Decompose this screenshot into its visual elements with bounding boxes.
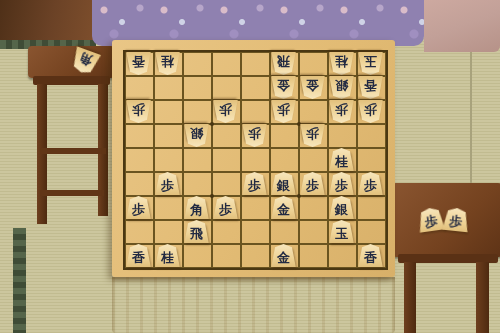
piece-kanji: 歩 <box>335 179 348 192</box>
piece-body: 歩 <box>442 207 470 233</box>
piece-kanji: 歩 <box>364 103 377 116</box>
board-square-c3r3[interactable] <box>183 100 212 124</box>
board-square-c6r8[interactable] <box>270 220 299 244</box>
piece-body: 金 <box>271 196 296 219</box>
shogi-piece-gote[interactable]: 歩 <box>300 124 325 147</box>
shogi-piece-gote[interactable]: 飛 <box>271 52 296 75</box>
board-square-c2r5[interactable] <box>154 148 183 172</box>
piece-kanji: 香 <box>132 55 145 68</box>
piece-body: 歩 <box>271 100 296 123</box>
piece-kanji: 角 <box>190 203 203 216</box>
piece-kanji: 歩 <box>424 214 439 229</box>
board-square-c6r4[interactable] <box>270 124 299 148</box>
shogi-piece-sente[interactable]: 玉 <box>329 220 354 243</box>
piece-kanji: 桂 <box>161 251 174 264</box>
piece-body: 歩 <box>300 124 325 147</box>
board-square-c8r4[interactable] <box>328 124 357 148</box>
piece-kanji: 歩 <box>132 103 145 116</box>
board-square-c5r1[interactable] <box>241 52 270 76</box>
piece-body: 香 <box>126 244 151 267</box>
board-square-c4r2[interactable] <box>212 76 241 100</box>
board-square-c8r9[interactable] <box>328 244 357 268</box>
shogi-piece-gote[interactable]: 歩 <box>213 100 238 123</box>
board-square-c2r4[interactable] <box>154 124 183 148</box>
board-square-c7r8[interactable] <box>299 220 328 244</box>
board-square-c7r9[interactable] <box>299 244 328 268</box>
shogi-piece-gote[interactable]: 歩 <box>242 124 267 147</box>
piece-body: 金 <box>300 76 325 99</box>
komadai-right-leg <box>404 262 416 333</box>
piece-body: 歩 <box>213 196 238 219</box>
piece-body: 歩 <box>242 172 267 195</box>
piece-body: 銀 <box>184 124 209 147</box>
shogi-piece-sente[interactable]: 歩 <box>213 196 238 219</box>
piece-kanji: 金 <box>277 79 290 92</box>
shogi-piece-gote[interactable]: 金 <box>271 76 296 99</box>
piece-kanji: 歩 <box>132 203 145 216</box>
piece-body: 歩 <box>329 172 354 195</box>
piece-kanji: 香 <box>364 79 377 92</box>
shogi-piece-gote[interactable]: 歩 <box>271 100 296 123</box>
board-square-c1r5[interactable] <box>125 148 154 172</box>
shogi-piece-sente[interactable]: 歩 <box>442 207 470 233</box>
board-square-c2r3[interactable] <box>154 100 183 124</box>
board-square-c3r6[interactable] <box>183 172 212 196</box>
board-square-c4r1[interactable] <box>212 52 241 76</box>
piece-body: 桂 <box>329 52 354 75</box>
piece-kanji: 歩 <box>364 179 377 192</box>
piece-body: 飛 <box>271 52 296 75</box>
piece-kanji: 歩 <box>161 179 174 192</box>
piece-body: 歩 <box>300 172 325 195</box>
photo-scene: 香桂飛桂玉金金銀香歩歩歩歩歩銀歩歩桂歩歩銀歩歩歩歩角歩金銀飛玉香桂金香角歩歩 <box>0 0 500 333</box>
piece-kanji: 歩 <box>449 214 463 228</box>
board-square-c2r7[interactable] <box>154 196 183 220</box>
piece-body: 桂 <box>155 244 180 267</box>
board-square-c9r4[interactable] <box>357 124 386 148</box>
shogi-piece-gote[interactable]: 歩 <box>126 100 151 123</box>
piece-kanji: 桂 <box>335 55 348 68</box>
board-square-c1r2[interactable] <box>125 76 154 100</box>
board-square-c9r7[interactable] <box>357 196 386 220</box>
piece-kanji: 歩 <box>277 103 290 116</box>
board-square-c7r1[interactable] <box>299 52 328 76</box>
shogi-piece-gote[interactable]: 香 <box>126 52 151 75</box>
piece-body: 銀 <box>271 172 296 195</box>
board-square-c1r6[interactable] <box>125 172 154 196</box>
wood-floor-corner <box>0 0 94 40</box>
board-square-c5r8[interactable] <box>241 220 270 244</box>
piece-kanji: 銀 <box>335 79 348 92</box>
piece-kanji: 桂 <box>161 55 174 68</box>
shogi-piece-gote[interactable]: 銀 <box>184 124 209 147</box>
piece-kanji: 歩 <box>335 103 348 116</box>
piece-kanji: 歩 <box>248 127 261 140</box>
piece-kanji: 金 <box>306 79 319 92</box>
shogi-piece-gote[interactable]: 玉 <box>358 52 383 75</box>
board-front-face <box>112 277 395 333</box>
piece-body: 歩 <box>358 172 383 195</box>
piece-body: 歩 <box>358 100 383 123</box>
board-square-c3r2[interactable] <box>183 76 212 100</box>
piece-kanji: 飛 <box>190 227 203 240</box>
piece-kanji: 歩 <box>248 179 261 192</box>
piece-body: 香 <box>126 52 151 75</box>
pink-fabric <box>424 0 500 52</box>
piece-kanji: 香 <box>364 251 377 264</box>
piece-body: 歩 <box>329 100 354 123</box>
piece-kanji: 歩 <box>219 103 232 116</box>
shogi-piece-sente[interactable]: 歩 <box>155 172 180 195</box>
shogi-piece-gote[interactable]: 歩 <box>329 100 354 123</box>
komadai-left-leg <box>37 84 47 224</box>
piece-body: 歩 <box>155 172 180 195</box>
piece-kanji: 飛 <box>277 55 290 68</box>
piece-body: 香 <box>358 76 383 99</box>
piece-kanji: 歩 <box>306 179 319 192</box>
board-square-c4r4[interactable] <box>212 124 241 148</box>
shogi-piece-sente[interactable]: 角 <box>184 196 209 219</box>
piece-body: 玉 <box>358 52 383 75</box>
board-square-c5r3[interactable] <box>241 100 270 124</box>
board-square-c9r8[interactable] <box>357 220 386 244</box>
board-square-c3r1[interactable] <box>183 52 212 76</box>
piece-body: 歩 <box>126 100 151 123</box>
board-square-c5r2[interactable] <box>241 76 270 100</box>
board-square-c7r5[interactable] <box>299 148 328 172</box>
board-square-c1r4[interactable] <box>125 124 154 148</box>
piece-kanji: 銀 <box>190 127 203 140</box>
piece-body: 歩 <box>126 196 151 219</box>
board-square-c5r7[interactable] <box>241 196 270 220</box>
shogi-piece-gote[interactable]: 歩 <box>358 100 383 123</box>
piece-kanji: 銀 <box>277 179 290 192</box>
shogi-piece-sente[interactable]: 歩 <box>329 172 354 195</box>
piece-body: 飛 <box>184 220 209 243</box>
shogi-piece-gote[interactable]: 金 <box>300 76 325 99</box>
piece-body: 歩 <box>242 124 267 147</box>
shogi-piece-gote[interactable]: 桂 <box>155 52 180 75</box>
piece-kanji: 香 <box>132 251 145 264</box>
shogi-piece-sente[interactable]: 歩 <box>358 172 383 195</box>
komadai-left-stretcher <box>40 148 106 154</box>
piece-body: 玉 <box>329 220 354 243</box>
piece-body: 桂 <box>155 52 180 75</box>
tatami-seam <box>470 48 472 186</box>
board-square-c4r8[interactable] <box>212 220 241 244</box>
komadai-right-leg <box>476 262 489 333</box>
shogi-piece-sente[interactable]: 歩 <box>126 196 151 219</box>
piece-kanji: 銀 <box>335 203 348 216</box>
shogi-piece-sente[interactable]: 桂 <box>155 244 180 267</box>
piece-kanji: 玉 <box>364 55 377 68</box>
board-square-c2r2[interactable] <box>154 76 183 100</box>
piece-kanji: 桂 <box>335 155 348 168</box>
shogi-piece-gote[interactable]: 香 <box>358 76 383 99</box>
piece-kanji: 歩 <box>306 127 319 140</box>
board-square-c7r3[interactable] <box>299 100 328 124</box>
piece-body: 銀 <box>329 76 354 99</box>
board-square-c7r7[interactable] <box>299 196 328 220</box>
shogi-piece-gote[interactable]: 桂 <box>329 52 354 75</box>
shogi-piece-sente[interactable]: 桂 <box>329 148 354 171</box>
shogi-piece-sente[interactable]: 銀 <box>271 172 296 195</box>
board-square-c4r9[interactable] <box>212 244 241 268</box>
board-square-c5r5[interactable] <box>241 148 270 172</box>
shogi-piece-sente[interactable]: 歩 <box>242 172 267 195</box>
tatami-edge-band-left <box>13 228 26 333</box>
piece-body: 歩 <box>213 100 238 123</box>
shogi-piece-sente[interactable]: 銀 <box>329 196 354 219</box>
board-square-c6r5[interactable] <box>270 148 299 172</box>
board-square-c3r9[interactable] <box>183 244 212 268</box>
piece-body: 金 <box>271 244 296 267</box>
board-square-c3r5[interactable] <box>183 148 212 172</box>
piece-body: 銀 <box>329 196 354 219</box>
shogi-piece-sente[interactable]: 香 <box>358 244 383 267</box>
shogi-piece-sente[interactable]: 歩 <box>300 172 325 195</box>
piece-body: 香 <box>358 244 383 267</box>
board-square-c4r6[interactable] <box>212 172 241 196</box>
piece-body: 金 <box>271 76 296 99</box>
board-square-c4r5[interactable] <box>212 148 241 172</box>
board-square-c1r8[interactable] <box>125 220 154 244</box>
piece-kanji: 金 <box>277 251 290 264</box>
shogi-piece-sente[interactable]: 香 <box>126 244 151 267</box>
piece-body: 角 <box>184 196 209 219</box>
board-square-c5r9[interactable] <box>241 244 270 268</box>
board-square-c2r8[interactable] <box>154 220 183 244</box>
board-square-c9r5[interactable] <box>357 148 386 172</box>
piece-kanji: 金 <box>277 203 290 216</box>
piece-kanji: 角 <box>77 51 94 68</box>
shogi-piece-sente[interactable]: 飛 <box>184 220 209 243</box>
piece-kanji: 玉 <box>335 227 348 240</box>
shogi-piece-gote[interactable]: 銀 <box>329 76 354 99</box>
shogi-piece-sente[interactable]: 金 <box>271 196 296 219</box>
piece-body: 桂 <box>329 148 354 171</box>
piece-kanji: 歩 <box>219 203 232 216</box>
shogi-piece-sente[interactable]: 金 <box>271 244 296 267</box>
komadai-left-stretcher <box>40 190 104 196</box>
